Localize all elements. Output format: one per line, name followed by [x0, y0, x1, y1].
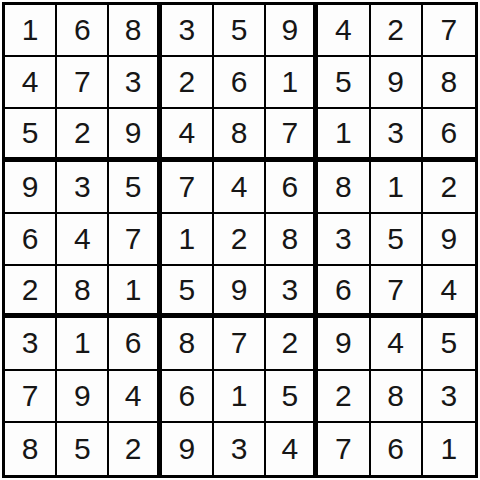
cell-r4c9[interactable]: 2	[423, 162, 475, 214]
cell-r2c5[interactable]: 6	[214, 57, 266, 109]
cell-r3c1[interactable]: 5	[5, 109, 57, 161]
cell-r6c2[interactable]: 8	[57, 266, 109, 318]
cell-r7c4[interactable]: 8	[162, 318, 214, 370]
cell-r8c4[interactable]: 6	[162, 371, 214, 423]
cell-r1c9[interactable]: 7	[423, 5, 475, 57]
cell-r7c7[interactable]: 9	[318, 318, 370, 370]
sudoku-board: 1683594274732615985294871369357468126471…	[2, 2, 478, 478]
cell-r7c3[interactable]: 6	[109, 318, 161, 370]
cell-r1c8[interactable]: 2	[371, 5, 423, 57]
cell-r5c7[interactable]: 3	[318, 214, 370, 266]
cell-r9c6[interactable]: 4	[266, 423, 318, 475]
cell-r6c8[interactable]: 7	[371, 266, 423, 318]
cell-r6c4[interactable]: 5	[162, 266, 214, 318]
cell-r6c1[interactable]: 2	[5, 266, 57, 318]
cell-r5c9[interactable]: 9	[423, 214, 475, 266]
cell-r8c2[interactable]: 9	[57, 371, 109, 423]
cell-r3c6[interactable]: 7	[266, 109, 318, 161]
cell-r3c8[interactable]: 3	[371, 109, 423, 161]
cell-r4c3[interactable]: 5	[109, 162, 161, 214]
cell-r4c4[interactable]: 7	[162, 162, 214, 214]
cell-r7c2[interactable]: 1	[57, 318, 109, 370]
cell-r9c9[interactable]: 1	[423, 423, 475, 475]
cell-r2c6[interactable]: 1	[266, 57, 318, 109]
cell-r5c4[interactable]: 1	[162, 214, 214, 266]
cell-r2c4[interactable]: 2	[162, 57, 214, 109]
cell-r3c7[interactable]: 1	[318, 109, 370, 161]
cell-r5c1[interactable]: 6	[5, 214, 57, 266]
cell-r5c8[interactable]: 5	[371, 214, 423, 266]
cell-r1c3[interactable]: 8	[109, 5, 161, 57]
cell-r8c3[interactable]: 4	[109, 371, 161, 423]
cell-r9c7[interactable]: 7	[318, 423, 370, 475]
cell-r8c5[interactable]: 1	[214, 371, 266, 423]
cell-r9c4[interactable]: 9	[162, 423, 214, 475]
cell-r4c8[interactable]: 1	[371, 162, 423, 214]
cell-r7c9[interactable]: 5	[423, 318, 475, 370]
cell-r5c3[interactable]: 7	[109, 214, 161, 266]
cell-r8c8[interactable]: 8	[371, 371, 423, 423]
cell-r2c7[interactable]: 5	[318, 57, 370, 109]
cell-r2c1[interactable]: 4	[5, 57, 57, 109]
cell-r3c4[interactable]: 4	[162, 109, 214, 161]
cell-r4c7[interactable]: 8	[318, 162, 370, 214]
cell-r5c6[interactable]: 8	[266, 214, 318, 266]
cell-r9c1[interactable]: 8	[5, 423, 57, 475]
cell-r2c3[interactable]: 3	[109, 57, 161, 109]
cell-r8c6[interactable]: 5	[266, 371, 318, 423]
cell-r8c1[interactable]: 7	[5, 371, 57, 423]
cell-r8c9[interactable]: 3	[423, 371, 475, 423]
cell-r3c5[interactable]: 8	[214, 109, 266, 161]
cell-r4c5[interactable]: 4	[214, 162, 266, 214]
cell-r7c1[interactable]: 3	[5, 318, 57, 370]
cell-r6c7[interactable]: 6	[318, 266, 370, 318]
cell-r2c2[interactable]: 7	[57, 57, 109, 109]
cell-r2c9[interactable]: 8	[423, 57, 475, 109]
cell-r5c2[interactable]: 4	[57, 214, 109, 266]
cell-r7c5[interactable]: 7	[214, 318, 266, 370]
cell-r1c5[interactable]: 5	[214, 5, 266, 57]
cell-r1c2[interactable]: 6	[57, 5, 109, 57]
cell-r9c2[interactable]: 5	[57, 423, 109, 475]
cell-r9c8[interactable]: 6	[371, 423, 423, 475]
cell-r7c6[interactable]: 2	[266, 318, 318, 370]
cell-r8c7[interactable]: 2	[318, 371, 370, 423]
cell-r1c7[interactable]: 4	[318, 5, 370, 57]
cell-r6c9[interactable]: 4	[423, 266, 475, 318]
cell-r6c5[interactable]: 9	[214, 266, 266, 318]
cell-r4c2[interactable]: 3	[57, 162, 109, 214]
cell-r1c4[interactable]: 3	[162, 5, 214, 57]
cell-r3c2[interactable]: 2	[57, 109, 109, 161]
sudoku-page: 1683594274732615985294871369357468126471…	[0, 0, 480, 480]
cell-r2c8[interactable]: 9	[371, 57, 423, 109]
cell-r5c5[interactable]: 2	[214, 214, 266, 266]
cell-r6c3[interactable]: 1	[109, 266, 161, 318]
cell-r9c3[interactable]: 2	[109, 423, 161, 475]
cell-r1c6[interactable]: 9	[266, 5, 318, 57]
cell-r3c3[interactable]: 9	[109, 109, 161, 161]
cell-r7c8[interactable]: 4	[371, 318, 423, 370]
cell-r3c9[interactable]: 6	[423, 109, 475, 161]
cell-r4c1[interactable]: 9	[5, 162, 57, 214]
cell-r9c5[interactable]: 3	[214, 423, 266, 475]
cell-r6c6[interactable]: 3	[266, 266, 318, 318]
cell-r1c1[interactable]: 1	[5, 5, 57, 57]
cell-r4c6[interactable]: 6	[266, 162, 318, 214]
